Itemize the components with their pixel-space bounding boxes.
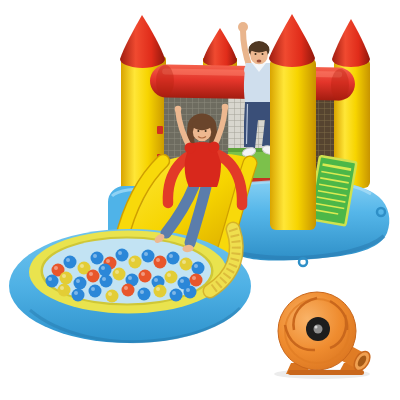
ball-highlight <box>102 277 106 281</box>
plastic-ball <box>129 256 142 269</box>
plastic-ball <box>89 285 102 298</box>
plastic-ball <box>154 256 167 269</box>
plastic-ball <box>165 271 178 284</box>
ball-highlight <box>141 272 145 276</box>
ball-highlight <box>54 266 58 270</box>
ball-highlight <box>115 270 119 274</box>
tower-column-middle <box>270 58 316 230</box>
ball-highlight <box>106 259 110 263</box>
plastic-ball <box>184 286 197 299</box>
product-photo <box>0 0 400 400</box>
plastic-ball <box>116 249 129 262</box>
plastic-ball <box>190 274 203 287</box>
ball-highlight <box>93 254 97 258</box>
blower-hub-center <box>314 325 323 334</box>
plastic-ball <box>180 258 193 271</box>
blower-foot-bar <box>288 370 364 375</box>
plastic-ball <box>60 272 73 285</box>
plastic-ball <box>91 252 104 265</box>
plastic-ball <box>72 289 85 302</box>
tower-spire-back <box>203 28 237 67</box>
plastic-ball <box>154 285 167 298</box>
tower-spire-middle <box>269 14 315 67</box>
boy-bangs <box>249 43 268 53</box>
ball-highlight <box>66 258 70 262</box>
tower-spire-left <box>120 15 165 68</box>
plastic-ball <box>46 275 59 288</box>
girl-sleeve <box>185 143 196 154</box>
ball-highlight <box>194 264 198 268</box>
ball-highlight <box>101 266 105 270</box>
ball-highlight <box>80 264 84 268</box>
ball-highlight <box>124 286 128 290</box>
boy-eye <box>262 53 264 55</box>
ball-highlight <box>156 258 160 262</box>
ball-highlight <box>131 258 135 262</box>
anchor-loop <box>299 258 307 266</box>
ball-pit-pool <box>9 229 251 343</box>
boy-eye <box>255 53 257 55</box>
girl-hand <box>175 106 182 113</box>
girl-eye <box>197 130 199 132</box>
ball-highlight <box>76 279 80 283</box>
girl-bangs <box>192 119 212 131</box>
ball-highlight <box>167 273 171 277</box>
air-blower <box>274 292 373 379</box>
plastic-ball <box>138 288 151 301</box>
boy-mouth <box>257 59 262 62</box>
tower-front-middle <box>269 14 316 230</box>
ball-highlight <box>91 287 95 291</box>
ball-highlight <box>118 251 122 255</box>
velcro-tab <box>157 126 163 134</box>
ball-highlight <box>156 287 160 291</box>
ball-highlight <box>128 276 132 280</box>
ball-highlight <box>48 277 52 281</box>
ball-highlight <box>172 291 176 295</box>
ball-highlight <box>154 278 158 282</box>
plastic-ball <box>64 256 77 269</box>
scene-illustration <box>0 0 400 400</box>
plastic-ball <box>113 268 126 281</box>
tower-spire-right <box>332 19 370 67</box>
blower-hub-highlight <box>315 326 318 329</box>
ball-highlight <box>74 291 78 295</box>
plastic-ball <box>122 284 135 297</box>
ball-highlight <box>192 276 196 280</box>
ball-highlight <box>180 279 184 283</box>
plastic-ball <box>74 277 87 290</box>
plastic-ball <box>87 270 100 283</box>
ball-highlight <box>62 274 66 278</box>
plastic-ball <box>106 290 119 303</box>
ball-highlight <box>186 288 190 292</box>
plastic-ball <box>167 252 180 265</box>
ball-highlight <box>140 290 144 294</box>
plastic-ball <box>139 270 152 283</box>
plastic-ball <box>100 275 113 288</box>
plastic-ball <box>99 264 112 277</box>
plastic-ball <box>58 284 71 297</box>
ball-highlight <box>144 252 148 256</box>
ball-highlight <box>60 286 64 290</box>
plastic-ball <box>192 262 205 275</box>
boy-fist <box>238 22 248 32</box>
plastic-ball <box>142 250 155 263</box>
ball-highlight <box>182 260 186 264</box>
plastic-ball <box>170 289 183 302</box>
girl-hand <box>222 104 229 111</box>
girl-eye <box>205 130 207 132</box>
ball-highlight <box>169 254 173 258</box>
ball-highlight <box>89 272 93 276</box>
ball-highlight <box>108 292 112 296</box>
girl-sleeve <box>209 142 220 153</box>
